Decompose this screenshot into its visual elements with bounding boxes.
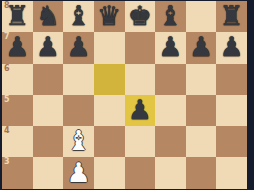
square-h7[interactable]: ♟ [216, 32, 247, 63]
square-e7[interactable] [125, 32, 156, 63]
square-h3[interactable] [216, 157, 247, 188]
square-b8[interactable]: ♞ [33, 1, 64, 32]
black-queen-piece[interactable]: ♛ [97, 2, 121, 29]
square-e6[interactable] [125, 64, 156, 95]
black-king-piece[interactable]: ♚ [128, 2, 152, 29]
square-c4[interactable]: ♝ [63, 126, 94, 157]
square-b3[interactable] [33, 157, 64, 188]
black-bishop-piece[interactable]: ♝ [66, 2, 90, 29]
square-g7[interactable]: ♟ [186, 32, 217, 63]
board-frame: 8♜♞♝♛♚♝♜7♟♟♟♟♟♟65♟4♝3♟ [0, 0, 254, 190]
square-d5[interactable] [94, 95, 125, 126]
square-f8[interactable]: ♝ [155, 1, 186, 32]
rank-label-4: 4 [4, 127, 10, 135]
black-pawn-piece[interactable]: ♟ [128, 96, 152, 123]
square-b7[interactable]: ♟ [33, 32, 64, 63]
white-bishop-piece[interactable]: ♝ [66, 127, 90, 154]
square-b5[interactable] [33, 95, 64, 126]
rank-label-5: 5 [4, 96, 10, 104]
square-c7[interactable]: ♟ [63, 32, 94, 63]
square-b4[interactable] [33, 126, 64, 157]
square-f6[interactable] [155, 64, 186, 95]
square-h6[interactable] [216, 64, 247, 95]
square-f5[interactable] [155, 95, 186, 126]
square-a8[interactable]: 8♜ [2, 1, 33, 32]
square-d8[interactable]: ♛ [94, 1, 125, 32]
square-e8[interactable]: ♚ [125, 1, 156, 32]
black-knight-piece[interactable]: ♞ [36, 2, 60, 29]
square-c3[interactable]: ♟ [63, 157, 94, 188]
white-pawn-piece[interactable]: ♟ [66, 159, 90, 186]
square-c8[interactable]: ♝ [63, 1, 94, 32]
square-f7[interactable]: ♟ [155, 32, 186, 63]
black-rook-piece[interactable]: ♜ [5, 2, 29, 29]
square-h4[interactable] [216, 126, 247, 157]
black-pawn-piece[interactable]: ♟ [189, 33, 213, 60]
square-a3[interactable]: 3 [2, 157, 33, 188]
square-a4[interactable]: 4 [2, 126, 33, 157]
square-a5[interactable]: 5 [2, 95, 33, 126]
square-e4[interactable] [125, 126, 156, 157]
black-pawn-piece[interactable]: ♟ [36, 33, 60, 60]
black-pawn-piece[interactable]: ♟ [66, 33, 90, 60]
square-d6[interactable] [94, 64, 125, 95]
square-c6[interactable] [63, 64, 94, 95]
square-g5[interactable] [186, 95, 217, 126]
rank-label-3: 3 [4, 158, 10, 166]
square-a6[interactable]: 6 [2, 64, 33, 95]
black-bishop-piece[interactable]: ♝ [158, 2, 182, 29]
black-pawn-piece[interactable]: ♟ [220, 33, 244, 60]
square-c5[interactable] [63, 95, 94, 126]
black-rook-piece[interactable]: ♜ [220, 2, 244, 29]
square-f4[interactable] [155, 126, 186, 157]
square-g8[interactable] [186, 1, 217, 32]
square-d3[interactable] [94, 157, 125, 188]
square-f3[interactable] [155, 157, 186, 188]
chess-board: 8♜♞♝♛♚♝♜7♟♟♟♟♟♟65♟4♝3♟ [2, 1, 247, 189]
square-e3[interactable] [125, 157, 156, 188]
black-pawn-piece[interactable]: ♟ [5, 33, 29, 60]
square-d4[interactable] [94, 126, 125, 157]
square-h5[interactable] [216, 95, 247, 126]
square-g3[interactable] [186, 157, 217, 188]
square-b6[interactable] [33, 64, 64, 95]
square-a7[interactable]: 7♟ [2, 32, 33, 63]
square-g6[interactable] [186, 64, 217, 95]
square-g4[interactable] [186, 126, 217, 157]
black-pawn-piece[interactable]: ♟ [158, 33, 182, 60]
square-d7[interactable] [94, 32, 125, 63]
rank-label-6: 6 [4, 65, 10, 73]
square-e5[interactable]: ♟ [125, 95, 156, 126]
square-h8[interactable]: ♜ [216, 1, 247, 32]
